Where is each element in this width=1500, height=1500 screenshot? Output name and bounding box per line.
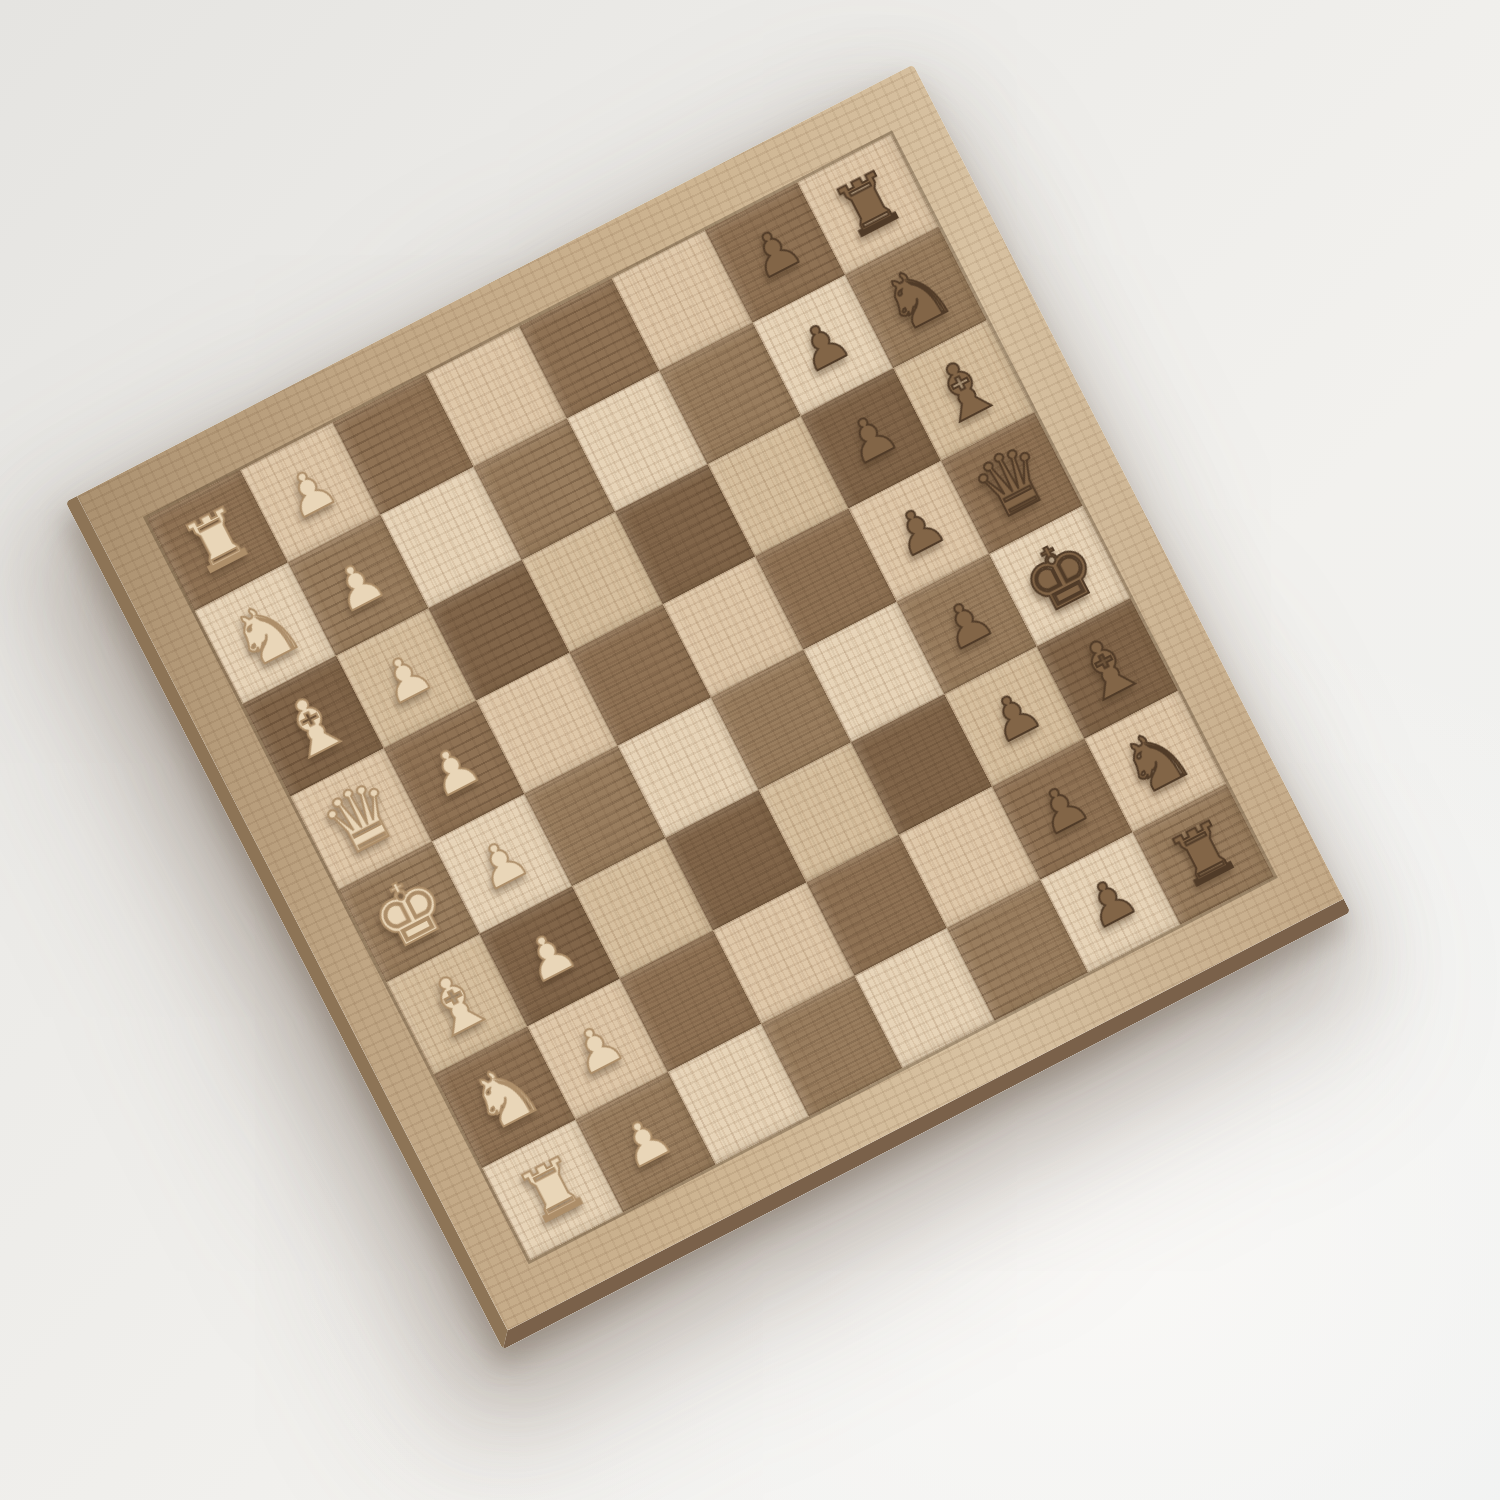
chess-board: ♜♟♟♜♞♟♟♞♝♟♟♝♛♟♟♛♚♟♟♚♝♟♟♝♞♟♟♞♜♟♟♜ — [65, 64, 1350, 1349]
piece-white-knight-g1[interactable]: ♞ — [457, 1048, 552, 1147]
piece-black-pawn-a7[interactable]: ♟ — [740, 216, 810, 289]
piece-black-bishop-c8[interactable]: ♝ — [916, 341, 1011, 440]
piece-white-pawn-b2[interactable]: ♟ — [323, 549, 393, 622]
piece-white-queen-d1[interactable]: ♛ — [310, 766, 413, 873]
piece-white-pawn-c2[interactable]: ♟ — [371, 642, 441, 715]
piece-black-king-e8[interactable]: ♚ — [1008, 522, 1111, 629]
piece-white-knight-b1[interactable]: ♞ — [218, 584, 313, 683]
piece-white-pawn-f2[interactable]: ♟ — [515, 920, 585, 993]
piece-black-knight-b8[interactable]: ♞ — [868, 248, 963, 347]
piece-black-pawn-f7[interactable]: ♟ — [979, 680, 1049, 753]
piece-black-pawn-d7[interactable]: ♟ — [884, 495, 954, 568]
piece-white-rook-h1[interactable]: ♜ — [507, 1143, 597, 1237]
piece-black-pawn-b7[interactable]: ♟ — [788, 309, 858, 382]
piece-white-rook-a1[interactable]: ♜ — [172, 494, 262, 588]
board-grid: ♜♟♟♜♞♟♟♞♝♟♟♝♛♟♟♛♚♟♟♚♝♟♟♝♞♟♟♞♜♟♟♜ — [147, 134, 1274, 1260]
piece-white-king-e1[interactable]: ♚ — [357, 858, 460, 965]
piece-black-knight-g8[interactable]: ♞ — [1108, 712, 1203, 811]
piece-white-pawn-e2[interactable]: ♟ — [467, 827, 537, 900]
piece-black-bishop-f8[interactable]: ♝ — [1060, 619, 1155, 718]
piece-black-pawn-h7[interactable]: ♟ — [1075, 866, 1145, 939]
piece-white-pawn-h2[interactable]: ♟ — [610, 1106, 680, 1179]
piece-black-rook-a8[interactable]: ♜ — [823, 158, 913, 252]
piece-white-pawn-a2[interactable]: ♟ — [275, 456, 345, 529]
photo-background: ♜♟♟♜♞♟♟♞♝♟♟♝♛♟♟♛♚♟♟♚♝♟♟♝♞♟♟♞♜♟♟♜ — [0, 0, 1500, 1500]
piece-black-pawn-e7[interactable]: ♟ — [932, 587, 1002, 660]
piece-white-bishop-c1[interactable]: ♝ — [265, 677, 360, 776]
piece-white-pawn-d2[interactable]: ♟ — [419, 735, 489, 808]
piece-black-rook-h8[interactable]: ♜ — [1158, 807, 1248, 901]
piece-white-bishop-f1[interactable]: ♝ — [409, 955, 504, 1054]
piece-black-queen-d8[interactable]: ♛ — [960, 430, 1063, 537]
piece-black-pawn-g7[interactable]: ♟ — [1027, 773, 1097, 846]
piece-white-pawn-g2[interactable]: ♟ — [562, 1013, 632, 1086]
piece-black-pawn-c7[interactable]: ♟ — [836, 402, 906, 475]
